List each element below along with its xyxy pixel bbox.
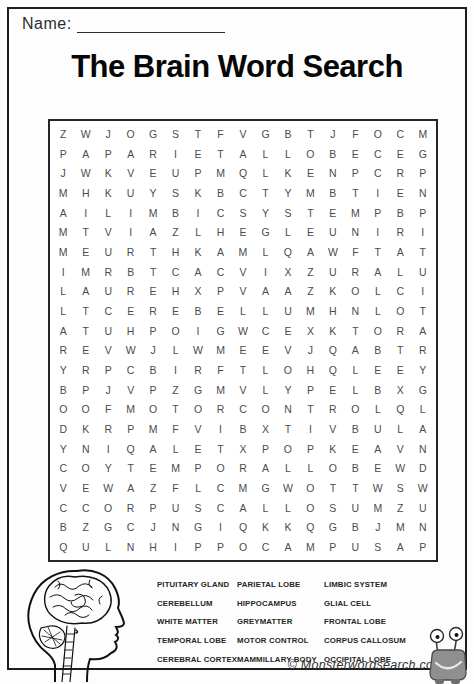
grid-cell[interactable]: O	[299, 498, 321, 518]
grid-cell[interactable]: T	[74, 301, 96, 321]
grid-cell[interactable]: O	[277, 360, 299, 380]
grid-cell[interactable]: A	[232, 498, 254, 518]
grid-cell[interactable]: P	[412, 203, 434, 223]
grid-cell[interactable]: B	[344, 459, 366, 479]
grid-cell[interactable]: A	[52, 203, 74, 223]
grid-cell[interactable]: L	[277, 222, 299, 242]
grid-cell[interactable]: L	[187, 478, 209, 498]
grid-cell[interactable]: B	[142, 360, 164, 380]
grid-cell[interactable]: L	[344, 360, 366, 380]
grid-cell[interactable]: E	[389, 144, 411, 164]
grid-cell[interactable]: P	[412, 163, 434, 183]
grid-cell[interactable]: H	[209, 222, 231, 242]
grid-cell[interactable]: I	[367, 222, 389, 242]
grid-cell[interactable]: L	[254, 242, 276, 262]
grid-cell[interactable]: R	[142, 301, 164, 321]
grid-cell[interactable]: B	[119, 262, 141, 282]
grid-cell[interactable]: Y	[52, 439, 74, 459]
grid-cell[interactable]: K	[74, 419, 96, 439]
grid-cell[interactable]: V	[187, 419, 209, 439]
grid-cell[interactable]: F	[164, 419, 186, 439]
grid-cell[interactable]: E	[119, 301, 141, 321]
grid-cell[interactable]: T	[299, 203, 321, 223]
grid-cell[interactable]: U	[119, 183, 141, 203]
grid-cell[interactable]: Z	[52, 124, 74, 144]
grid-cell[interactable]: L	[254, 144, 276, 164]
grid-cell[interactable]: Y	[412, 360, 434, 380]
grid-cell[interactable]: R	[389, 321, 411, 341]
grid-cell[interactable]: S	[389, 478, 411, 498]
grid-cell[interactable]: M	[74, 262, 96, 282]
grid-cell[interactable]: U	[367, 419, 389, 439]
grid-cell[interactable]: D	[412, 459, 434, 479]
grid-cell[interactable]: U	[322, 222, 344, 242]
grid-cell[interactable]: E	[232, 222, 254, 242]
grid-cell[interactable]: Z	[299, 281, 321, 301]
grid-cell[interactable]: P	[187, 163, 209, 183]
grid-cell[interactable]: S	[164, 183, 186, 203]
grid-cell[interactable]: Y	[254, 203, 276, 223]
grid-cell[interactable]: V	[232, 281, 254, 301]
grid-cell[interactable]: A	[142, 439, 164, 459]
grid-cell[interactable]: R	[52, 340, 74, 360]
grid-cell[interactable]: P	[322, 537, 344, 557]
grid-cell[interactable]: W	[367, 478, 389, 498]
grid-cell[interactable]: X	[277, 262, 299, 282]
grid-cell[interactable]: O	[322, 459, 344, 479]
grid-cell[interactable]: K	[277, 518, 299, 538]
grid-cell[interactable]: C	[209, 478, 231, 498]
grid-cell[interactable]: N	[277, 400, 299, 420]
grid-cell[interactable]: O	[389, 301, 411, 321]
grid-cell[interactable]: L	[412, 400, 434, 420]
grid-cell[interactable]: R	[322, 400, 344, 420]
grid-cell[interactable]: L	[254, 360, 276, 380]
grid-cell[interactable]: K	[254, 518, 276, 538]
grid-cell[interactable]: T	[277, 419, 299, 439]
grid-cell[interactable]: L	[277, 498, 299, 518]
grid-cell[interactable]: T	[344, 183, 366, 203]
grid-cell[interactable]: M	[367, 498, 389, 518]
grid-cell[interactable]: B	[322, 144, 344, 164]
grid-cell[interactable]: R	[119, 242, 141, 262]
grid-cell[interactable]: I	[119, 222, 141, 242]
grid-cell[interactable]: B	[187, 301, 209, 321]
grid-cell[interactable]: B	[367, 340, 389, 360]
grid-cell[interactable]: T	[142, 262, 164, 282]
grid-cell[interactable]: O	[344, 281, 366, 301]
grid-cell[interactable]: E	[344, 144, 366, 164]
grid-cell[interactable]: I	[52, 262, 74, 282]
grid-cell[interactable]: Y	[52, 360, 74, 380]
grid-cell[interactable]: N	[344, 301, 366, 321]
grid-cell[interactable]: W	[74, 163, 96, 183]
grid-cell[interactable]: Q	[322, 340, 344, 360]
grid-cell[interactable]: A	[209, 242, 231, 262]
grid-cell[interactable]: E	[277, 321, 299, 341]
grid-cell[interactable]: U	[322, 262, 344, 282]
grid-cell[interactable]: N	[412, 439, 434, 459]
grid-cell[interactable]: J	[322, 124, 344, 144]
grid-cell[interactable]: P	[299, 380, 321, 400]
grid-cell[interactable]: P	[97, 144, 119, 164]
grid-cell[interactable]: T	[299, 400, 321, 420]
grid-cell[interactable]: L	[277, 459, 299, 479]
grid-cell[interactable]: R	[97, 419, 119, 439]
grid-cell[interactable]: R	[209, 400, 231, 420]
grid-cell[interactable]: U	[97, 281, 119, 301]
grid-cell[interactable]: P	[344, 163, 366, 183]
grid-cell[interactable]: W	[74, 124, 96, 144]
grid-cell[interactable]: A	[232, 144, 254, 164]
grid-cell[interactable]: K	[187, 242, 209, 262]
grid-cell[interactable]: E	[187, 439, 209, 459]
grid-cell[interactable]: N	[164, 518, 186, 538]
grid-cell[interactable]: O	[344, 400, 366, 420]
grid-cell[interactable]: J	[97, 380, 119, 400]
grid-cell[interactable]: M	[389, 518, 411, 538]
grid-cell[interactable]: Y	[277, 183, 299, 203]
grid-cell[interactable]: O	[74, 400, 96, 420]
grid-cell[interactable]: Q	[389, 400, 411, 420]
grid-cell[interactable]: S	[322, 498, 344, 518]
grid-cell[interactable]: L	[367, 281, 389, 301]
grid-cell[interactable]: E	[367, 459, 389, 479]
grid-cell[interactable]: B	[389, 203, 411, 223]
grid-cell[interactable]: A	[389, 242, 411, 262]
grid-cell[interactable]: U	[412, 498, 434, 518]
grid-cell[interactable]: O	[164, 321, 186, 341]
grid-cell[interactable]: P	[187, 459, 209, 479]
grid-cell[interactable]: L	[52, 301, 74, 321]
grid-cell[interactable]: R	[142, 144, 164, 164]
grid-cell[interactable]: E	[322, 203, 344, 223]
grid-cell[interactable]: O	[187, 400, 209, 420]
grid-cell[interactable]: R	[389, 222, 411, 242]
grid-cell[interactable]: P	[142, 380, 164, 400]
grid-cell[interactable]: W	[119, 340, 141, 360]
grid-cell[interactable]: P	[142, 498, 164, 518]
grid-cell[interactable]: X	[389, 380, 411, 400]
grid-cell[interactable]: T	[74, 222, 96, 242]
grid-cell[interactable]: G	[322, 518, 344, 538]
grid-cell[interactable]: C	[209, 262, 231, 282]
grid-cell[interactable]: N	[412, 183, 434, 203]
grid-cell[interactable]: A	[277, 537, 299, 557]
grid-cell[interactable]: O	[299, 478, 321, 498]
grid-cell[interactable]: M	[299, 301, 321, 321]
grid-cell[interactable]: B	[232, 419, 254, 439]
grid-cell[interactable]: T	[299, 124, 321, 144]
grid-cell[interactable]: G	[142, 124, 164, 144]
grid-cell[interactable]: Z	[164, 380, 186, 400]
grid-cell[interactable]: A	[187, 262, 209, 282]
grid-cell[interactable]: P	[254, 439, 276, 459]
grid-cell[interactable]: L	[97, 203, 119, 223]
grid-cell[interactable]: C	[254, 321, 276, 341]
grid-cell[interactable]: I	[74, 203, 96, 223]
grid-cell[interactable]: Z	[74, 518, 96, 538]
grid-cell[interactable]: E	[389, 360, 411, 380]
grid-cell[interactable]: P	[209, 281, 231, 301]
grid-cell[interactable]: E	[344, 439, 366, 459]
grid-cell[interactable]: H	[164, 281, 186, 301]
grid-cell[interactable]: V	[52, 478, 74, 498]
grid-cell[interactable]: K	[97, 183, 119, 203]
grid-cell[interactable]: I	[187, 321, 209, 341]
grid-cell[interactable]: W	[232, 321, 254, 341]
grid-cell[interactable]: P	[52, 144, 74, 164]
grid-cell[interactable]: E	[389, 183, 411, 203]
grid-cell[interactable]: B	[52, 518, 74, 538]
grid-cell[interactable]: L	[254, 498, 276, 518]
grid-cell[interactable]: C	[367, 144, 389, 164]
grid-cell[interactable]: I	[209, 419, 231, 439]
grid-cell[interactable]: L	[277, 144, 299, 164]
grid-cell[interactable]: P	[187, 537, 209, 557]
grid-cell[interactable]: T	[164, 400, 186, 420]
grid-cell[interactable]: G	[97, 518, 119, 538]
grid-cell[interactable]: C	[209, 498, 231, 518]
grid-cell[interactable]: C	[74, 498, 96, 518]
grid-cell[interactable]: V	[322, 419, 344, 439]
grid-cell[interactable]: L	[344, 380, 366, 400]
grid-cell[interactable]: R	[119, 498, 141, 518]
grid-cell[interactable]: C	[119, 518, 141, 538]
grid-cell[interactable]: B	[344, 518, 366, 538]
grid-cell[interactable]: G	[254, 124, 276, 144]
grid-cell[interactable]: I	[164, 360, 186, 380]
grid-cell[interactable]: M	[209, 380, 231, 400]
grid-cell[interactable]: A	[344, 340, 366, 360]
grid-cell[interactable]: T	[367, 242, 389, 262]
grid-cell[interactable]: I	[164, 537, 186, 557]
grid-cell[interactable]: P	[142, 321, 164, 341]
grid-cell[interactable]: O	[97, 498, 119, 518]
grid-cell[interactable]: M	[299, 183, 321, 203]
grid-cell[interactable]: C	[52, 498, 74, 518]
grid-cell[interactable]: W	[97, 478, 119, 498]
grid-cell[interactable]: L	[367, 301, 389, 321]
grid-cell[interactable]: X	[254, 419, 276, 439]
grid-cell[interactable]: R	[232, 459, 254, 479]
grid-cell[interactable]: T	[344, 478, 366, 498]
grid-cell[interactable]: J	[52, 163, 74, 183]
grid-cell[interactable]: B	[277, 124, 299, 144]
grid-cell[interactable]: F	[164, 478, 186, 498]
grid-cell[interactable]: L	[389, 419, 411, 439]
grid-cell[interactable]: F	[97, 400, 119, 420]
grid-cell[interactable]: H	[142, 537, 164, 557]
grid-cell[interactable]: L	[164, 439, 186, 459]
grid-cell[interactable]: S	[187, 498, 209, 518]
grid-cell[interactable]: O	[299, 144, 321, 164]
grid-cell[interactable]: C	[232, 183, 254, 203]
grid-cell[interactable]: W	[389, 459, 411, 479]
grid-cell[interactable]: I	[412, 281, 434, 301]
grid-cell[interactable]: E	[299, 222, 321, 242]
grid-cell[interactable]: C	[164, 262, 186, 282]
grid-cell[interactable]: C	[97, 301, 119, 321]
grid-cell[interactable]: M	[232, 242, 254, 262]
grid-cell[interactable]: V	[232, 262, 254, 282]
grid-cell[interactable]: O	[277, 439, 299, 459]
grid-cell[interactable]: B	[322, 183, 344, 203]
grid-cell[interactable]: M	[52, 183, 74, 203]
grid-cell[interactable]: K	[322, 321, 344, 341]
grid-cell[interactable]: A	[74, 144, 96, 164]
grid-cell[interactable]: H	[322, 301, 344, 321]
grid-cell[interactable]: M	[164, 459, 186, 479]
grid-cell[interactable]: R	[389, 163, 411, 183]
grid-cell[interactable]: E	[299, 163, 321, 183]
grid-cell[interactable]: G	[254, 222, 276, 242]
grid-cell[interactable]: M	[412, 124, 434, 144]
grid-cell[interactable]: L	[367, 400, 389, 420]
grid-cell[interactable]: T	[389, 340, 411, 360]
grid-cell[interactable]: Q	[277, 242, 299, 262]
grid-cell[interactable]: R	[97, 262, 119, 282]
grid-cell[interactable]: T	[344, 321, 366, 341]
grid-cell[interactable]: G	[209, 321, 231, 341]
grid-cell[interactable]: C	[254, 537, 276, 557]
grid-cell[interactable]: V	[97, 222, 119, 242]
grid-cell[interactable]: T	[322, 478, 344, 498]
grid-cell[interactable]: W	[412, 478, 434, 498]
grid-cell[interactable]: L	[52, 281, 74, 301]
grid-cell[interactable]: Z	[142, 478, 164, 498]
grid-cell[interactable]: O	[367, 124, 389, 144]
grid-cell[interactable]: M	[344, 203, 366, 223]
grid-cell[interactable]: O	[209, 459, 231, 479]
grid-cell[interactable]: W	[277, 478, 299, 498]
grid-cell[interactable]: O	[142, 400, 164, 420]
grid-cell[interactable]: R	[344, 262, 366, 282]
grid-cell[interactable]: O	[52, 400, 74, 420]
grid-cell[interactable]: H	[299, 360, 321, 380]
grid-cell[interactable]: U	[97, 321, 119, 341]
grid-cell[interactable]: M	[209, 340, 231, 360]
grid-cell[interactable]: L	[97, 537, 119, 557]
grid-cell[interactable]: R	[412, 340, 434, 360]
grid-cell[interactable]: V	[119, 163, 141, 183]
grid-cell[interactable]: P	[119, 419, 141, 439]
grid-cell[interactable]: K	[322, 439, 344, 459]
grid-cell[interactable]: B	[52, 380, 74, 400]
grid-cell[interactable]: B	[344, 419, 366, 439]
grid-cell[interactable]: I	[367, 183, 389, 203]
grid-cell[interactable]: P	[97, 360, 119, 380]
grid-cell[interactable]: T	[209, 144, 231, 164]
name-input[interactable]	[77, 15, 225, 33]
grid-cell[interactable]: X	[232, 439, 254, 459]
grid-cell[interactable]: H	[119, 321, 141, 341]
grid-cell[interactable]: W	[322, 242, 344, 262]
grid-cell[interactable]: E	[142, 163, 164, 183]
grid-cell[interactable]: X	[187, 281, 209, 301]
grid-cell[interactable]: I	[97, 439, 119, 459]
grid-cell[interactable]: N	[119, 537, 141, 557]
grid-cell[interactable]: A	[142, 222, 164, 242]
grid-cell[interactable]: A	[412, 419, 434, 439]
grid-cell[interactable]: J	[142, 340, 164, 360]
grid-cell[interactable]: G	[254, 478, 276, 498]
grid-cell[interactable]: C	[209, 203, 231, 223]
grid-cell[interactable]: T	[187, 124, 209, 144]
grid-cell[interactable]: U	[412, 262, 434, 282]
grid-cell[interactable]: U	[164, 163, 186, 183]
grid-cell[interactable]: R	[74, 360, 96, 380]
grid-cell[interactable]: S	[232, 203, 254, 223]
grid-cell[interactable]: Y	[142, 183, 164, 203]
grid-cell[interactable]: T	[254, 183, 276, 203]
grid-cell[interactable]: U	[97, 242, 119, 262]
grid-cell[interactable]: F	[209, 360, 231, 380]
grid-cell[interactable]: B	[209, 183, 231, 203]
grid-cell[interactable]: E	[164, 301, 186, 321]
grid-cell[interactable]: P	[367, 203, 389, 223]
grid-cell[interactable]: A	[254, 281, 276, 301]
grid-cell[interactable]: C	[52, 459, 74, 479]
grid-cell[interactable]: A	[277, 281, 299, 301]
grid-cell[interactable]: V	[119, 380, 141, 400]
grid-cell[interactable]: A	[254, 459, 276, 479]
grid-cell[interactable]: F	[344, 242, 366, 262]
grid-cell[interactable]: B	[164, 203, 186, 223]
grid-cell[interactable]: V	[232, 124, 254, 144]
grid-cell[interactable]: M	[142, 419, 164, 439]
grid-cell[interactable]: M	[52, 242, 74, 262]
grid-cell[interactable]: L	[232, 301, 254, 321]
grid-cell[interactable]: H	[164, 242, 186, 262]
grid-cell[interactable]: J	[142, 518, 164, 538]
grid-cell[interactable]: U	[74, 537, 96, 557]
grid-cell[interactable]: Y	[97, 459, 119, 479]
grid-cell[interactable]: A	[52, 321, 74, 341]
grid-cell[interactable]: S	[164, 124, 186, 144]
grid-cell[interactable]: C	[389, 124, 411, 144]
grid-cell[interactable]: U	[344, 537, 366, 557]
grid-cell[interactable]: E	[142, 459, 164, 479]
grid-cell[interactable]: H	[74, 183, 96, 203]
grid-cell[interactable]: W	[187, 340, 209, 360]
grid-cell[interactable]: T	[119, 459, 141, 479]
grid-cell[interactable]: K	[187, 183, 209, 203]
grid-cell[interactable]: E	[322, 380, 344, 400]
grid-cell[interactable]: R	[187, 360, 209, 380]
grid-cell[interactable]: I	[299, 419, 321, 439]
grid-cell[interactable]: M	[299, 537, 321, 557]
grid-cell[interactable]: N	[74, 439, 96, 459]
grid-cell[interactable]: E	[74, 242, 96, 262]
grid-cell[interactable]: P	[74, 380, 96, 400]
grid-cell[interactable]: F	[209, 124, 231, 144]
grid-cell[interactable]: E	[187, 144, 209, 164]
grid-cell[interactable]: K	[277, 163, 299, 183]
grid-cell[interactable]: Q	[232, 518, 254, 538]
grid-cell[interactable]: L	[254, 301, 276, 321]
grid-cell[interactable]: A	[119, 144, 141, 164]
grid-cell[interactable]: A	[367, 439, 389, 459]
grid-cell[interactable]: I	[187, 203, 209, 223]
grid-cell[interactable]: C	[119, 360, 141, 380]
grid-cell[interactable]: J	[299, 340, 321, 360]
grid-cell[interactable]: I	[209, 518, 231, 538]
grid-cell[interactable]: A	[389, 537, 411, 557]
grid-cell[interactable]: V	[277, 340, 299, 360]
grid-cell[interactable]: Z	[299, 262, 321, 282]
grid-cell[interactable]: G	[412, 144, 434, 164]
